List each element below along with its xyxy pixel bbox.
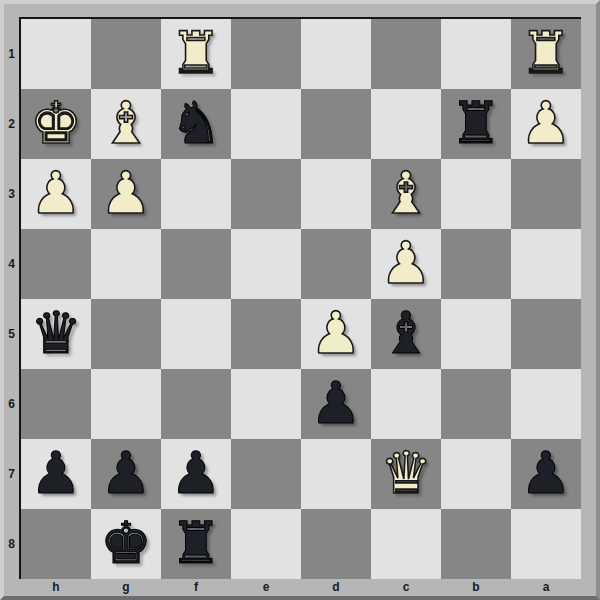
square-c6[interactable] [371, 369, 441, 439]
square-h8[interactable] [21, 509, 91, 579]
square-e5[interactable] [231, 299, 301, 369]
square-c8[interactable] [371, 509, 441, 579]
piece-wK-h2: ♚ [21, 89, 91, 159]
piece-wB-g2: ♝ [91, 89, 161, 159]
square-c5[interactable]: ♝ [371, 299, 441, 369]
square-g5[interactable] [91, 299, 161, 369]
square-g8[interactable]: ♚ [91, 509, 161, 579]
square-b5[interactable] [441, 299, 511, 369]
square-f3[interactable] [161, 159, 231, 229]
square-g4[interactable] [91, 229, 161, 299]
square-c3[interactable]: ♝ [371, 159, 441, 229]
square-c2[interactable] [371, 89, 441, 159]
rank-label-6: 6 [4, 369, 19, 439]
piece-bB-c5: ♝ [371, 299, 441, 369]
square-c1[interactable] [371, 19, 441, 89]
square-b6[interactable] [441, 369, 511, 439]
square-h4[interactable] [21, 229, 91, 299]
square-g6[interactable] [91, 369, 161, 439]
square-g2[interactable]: ♝ [91, 89, 161, 159]
square-e1[interactable] [231, 19, 301, 89]
file-label-f: f [161, 579, 231, 595]
rank-labels: 1 2 3 4 5 6 7 8 [4, 19, 19, 579]
square-f1[interactable]: ♜ [161, 19, 231, 89]
square-a6[interactable] [511, 369, 581, 439]
piece-bQ-h5: ♛ [21, 299, 91, 369]
square-b1[interactable] [441, 19, 511, 89]
square-e6[interactable] [231, 369, 301, 439]
square-h5[interactable]: ♛ [21, 299, 91, 369]
piece-wP-g3: ♟ [91, 159, 161, 229]
piece-wP-h3: ♟ [21, 159, 91, 229]
file-label-g: g [91, 579, 161, 595]
square-d6[interactable]: ♟ [301, 369, 371, 439]
rank-label-8: 8 [4, 509, 19, 579]
piece-bP-g7: ♟ [91, 439, 161, 509]
file-labels: h g f e d c b a [21, 579, 581, 595]
square-f7[interactable]: ♟ [161, 439, 231, 509]
square-a5[interactable] [511, 299, 581, 369]
square-d5[interactable]: ♟ [301, 299, 371, 369]
piece-bP-a7: ♟ [511, 439, 581, 509]
square-h2[interactable]: ♚ [21, 89, 91, 159]
square-h1[interactable] [21, 19, 91, 89]
square-h7[interactable]: ♟ [21, 439, 91, 509]
square-c4[interactable]: ♟ [371, 229, 441, 299]
square-c7[interactable]: ♛ [371, 439, 441, 509]
piece-bP-f7: ♟ [161, 439, 231, 509]
piece-wP-c4: ♟ [371, 229, 441, 299]
piece-bP-d6: ♟ [301, 369, 371, 439]
square-e8[interactable] [231, 509, 301, 579]
square-g3[interactable]: ♟ [91, 159, 161, 229]
square-g1[interactable] [91, 19, 161, 89]
square-d3[interactable] [301, 159, 371, 229]
chess-board: ♜♜♚♝♞♜♟♟♟♝♟♛♟♝♟♟♟♟♛♟♚♜ [19, 17, 581, 579]
square-a8[interactable] [511, 509, 581, 579]
piece-wP-a2: ♟ [511, 89, 581, 159]
square-h3[interactable]: ♟ [21, 159, 91, 229]
square-f2[interactable]: ♞ [161, 89, 231, 159]
square-b2[interactable]: ♜ [441, 89, 511, 159]
file-label-b: b [441, 579, 511, 595]
file-label-d: d [301, 579, 371, 595]
file-label-a: a [511, 579, 581, 595]
file-label-c: c [371, 579, 441, 595]
square-f5[interactable] [161, 299, 231, 369]
square-h6[interactable] [21, 369, 91, 439]
rank-label-1: 1 [4, 19, 19, 89]
piece-wR-f1: ♜ [161, 19, 231, 89]
square-f8[interactable]: ♜ [161, 509, 231, 579]
square-d1[interactable] [301, 19, 371, 89]
square-e7[interactable] [231, 439, 301, 509]
square-b4[interactable] [441, 229, 511, 299]
file-label-e: e [231, 579, 301, 595]
square-e4[interactable] [231, 229, 301, 299]
rank-label-4: 4 [4, 229, 19, 299]
square-a7[interactable]: ♟ [511, 439, 581, 509]
file-label-h: h [21, 579, 91, 595]
square-f6[interactable] [161, 369, 231, 439]
square-d8[interactable] [301, 509, 371, 579]
piece-bK-g8: ♚ [91, 509, 161, 579]
square-f4[interactable] [161, 229, 231, 299]
square-d7[interactable] [301, 439, 371, 509]
square-b3[interactable] [441, 159, 511, 229]
square-a4[interactable] [511, 229, 581, 299]
piece-bN-f2: ♞ [161, 89, 231, 159]
rank-label-5: 5 [4, 299, 19, 369]
piece-wR-a1: ♜ [511, 19, 581, 89]
square-e3[interactable] [231, 159, 301, 229]
square-d4[interactable] [301, 229, 371, 299]
rank-label-7: 7 [4, 439, 19, 509]
piece-bR-b2: ♜ [441, 89, 511, 159]
rank-label-3: 3 [4, 159, 19, 229]
piece-wB-c3: ♝ [371, 159, 441, 229]
board-frame: 1 2 3 4 5 6 7 8 ♜♜♚♝♞♜♟♟♟♝♟♛♟♝♟♟♟♟♛♟♚♜ h… [0, 0, 600, 600]
square-a1[interactable]: ♜ [511, 19, 581, 89]
square-g7[interactable]: ♟ [91, 439, 161, 509]
piece-bR-f8: ♜ [161, 509, 231, 579]
piece-wP-d5: ♟ [301, 299, 371, 369]
square-d2[interactable] [301, 89, 371, 159]
piece-wQ-c7: ♛ [371, 439, 441, 509]
square-b7[interactable] [441, 439, 511, 509]
rank-label-2: 2 [4, 89, 19, 159]
square-e2[interactable] [231, 89, 301, 159]
square-a2[interactable]: ♟ [511, 89, 581, 159]
square-b8[interactable] [441, 509, 511, 579]
piece-bP-h7: ♟ [21, 439, 91, 509]
square-a3[interactable] [511, 159, 581, 229]
